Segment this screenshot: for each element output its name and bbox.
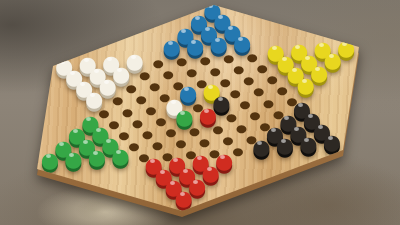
peg-red-r16c0[interactable]: ●	[174, 188, 194, 208]
peg-green-r12c3[interactable]: ●	[110, 146, 130, 166]
peg-black-r12c12[interactable]: ●	[322, 132, 342, 152]
peg-black-r12c11[interactable]: ●	[298, 134, 318, 154]
peg-green-r12c2[interactable]: ●	[87, 147, 107, 167]
chinese-checkers-board: ●●●●●●●●●●●●●●●●●●●●●●●●●●●●●●●●●●●●●●●●…	[0, 0, 400, 225]
peg-yellow-r7c9[interactable]: ●	[296, 75, 316, 95]
peg-blue-r3c1[interactable]: ●	[185, 36, 205, 56]
peg-black-r12c9[interactable]: ●	[251, 137, 271, 157]
peg-green-r9c4[interactable]: ●	[174, 107, 194, 127]
peg-black-r12c10[interactable]: ●	[275, 135, 295, 155]
peg-green-r12c0[interactable]: ●	[40, 150, 60, 170]
peg-blue-r3c3[interactable]: ●	[232, 33, 252, 53]
photo-scene: ●●●●●●●●●●●●●●●●●●●●●●●●●●●●●●●●●●●●●●●●…	[0, 0, 400, 225]
peg-white-r7c0[interactable]: ●	[84, 89, 104, 109]
board-wrapper: ●●●●●●●●●●●●●●●●●●●●●●●●●●●●●●●●●●●●●●●●…	[0, 0, 400, 225]
peg-green-r12c1[interactable]: ●	[63, 149, 83, 169]
peg-red-r9c5[interactable]: ●	[198, 105, 218, 125]
peg-blue-r3c0[interactable]: ●	[162, 37, 182, 57]
peg-blue-r3c2[interactable]: ●	[209, 34, 229, 54]
